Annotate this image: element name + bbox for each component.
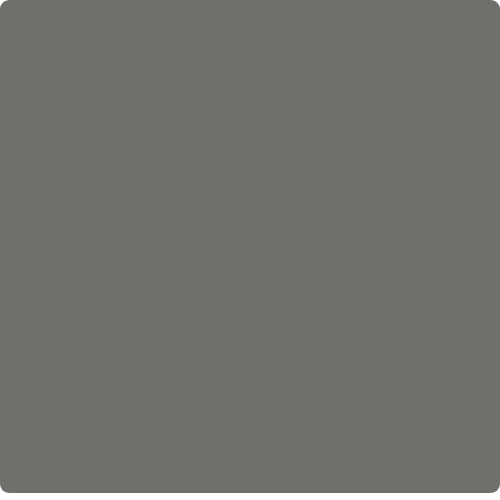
chess-board-scene [0,0,500,493]
chess-set-photo [0,0,500,493]
